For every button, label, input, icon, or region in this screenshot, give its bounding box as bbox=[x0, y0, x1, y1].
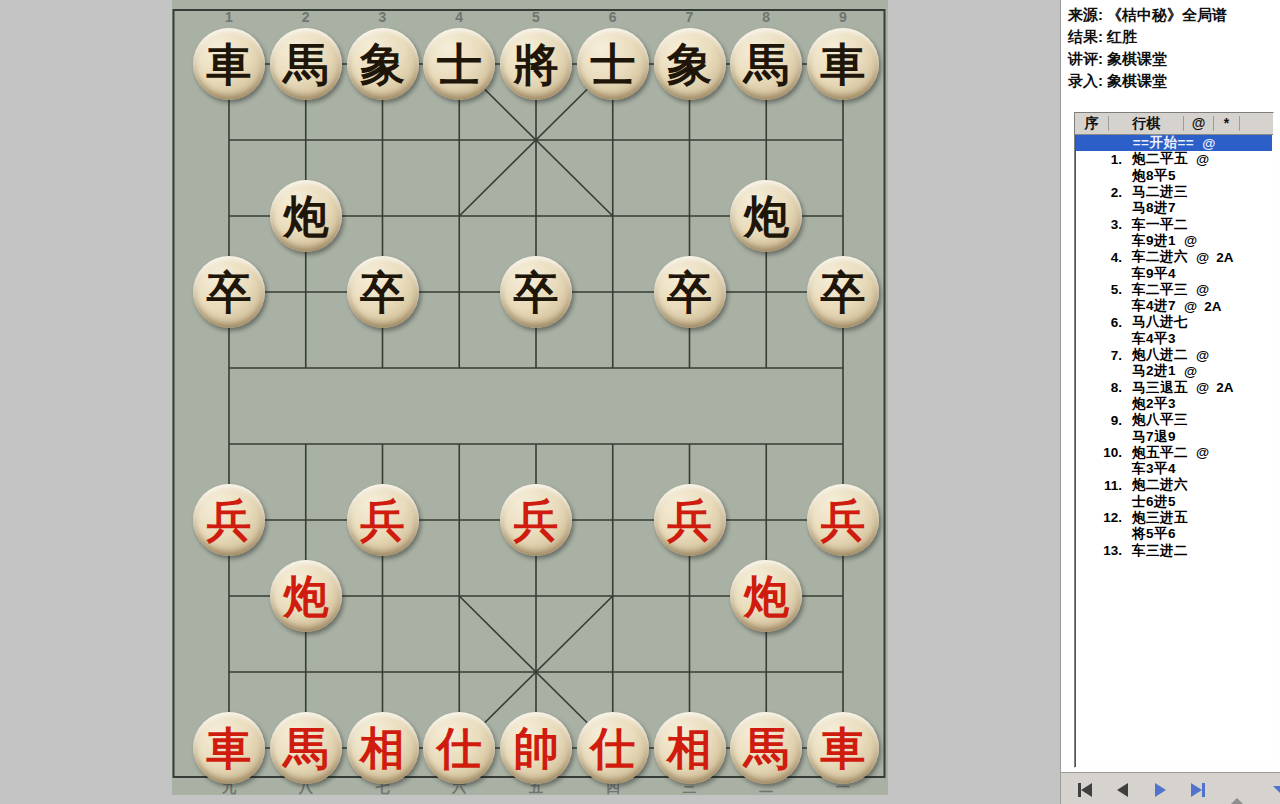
move-row[interactable]: 马8进7 bbox=[1076, 200, 1272, 216]
board-grid bbox=[172, 0, 888, 795]
piece-red-馬[interactable]: 馬 bbox=[270, 712, 342, 784]
move-row[interactable]: 1.炮二平五@ bbox=[1076, 151, 1272, 167]
info-result: 结果:红胜 bbox=[1068, 26, 1227, 48]
piece-red-兵[interactable]: 兵 bbox=[347, 484, 419, 556]
up-arrow-icon bbox=[1229, 781, 1245, 799]
right-panel: 来源:《桔中秘》全局谱 结果:红胜 讲评:象棋课堂 录入:象棋课堂 序 行棋 @… bbox=[1060, 0, 1280, 804]
move-row[interactable]: 8.马三退五@2A bbox=[1076, 379, 1272, 395]
game-info: 来源:《桔中秘》全局谱 结果:红胜 讲评:象棋课堂 录入:象棋课堂 bbox=[1068, 4, 1227, 92]
nav-first-button[interactable] bbox=[1072, 779, 1098, 801]
move-row[interactable]: 马2进1@ bbox=[1076, 363, 1272, 379]
move-rows: ==开始==@1.炮二平五@炮8平52.马二进三马8进73.车一平二车9进1@4… bbox=[1076, 135, 1272, 766]
piece-red-兵[interactable]: 兵 bbox=[193, 484, 265, 556]
last-bar-icon bbox=[1202, 783, 1205, 797]
piece-black-車[interactable]: 車 bbox=[193, 28, 265, 100]
move-list-header: 序 行棋 @ * bbox=[1075, 113, 1273, 135]
move-row[interactable]: 7.炮八进二@ bbox=[1076, 347, 1272, 363]
piece-black-象[interactable]: 象 bbox=[347, 28, 419, 100]
file-label-top: 2 bbox=[294, 9, 318, 25]
piece-red-仕[interactable]: 仕 bbox=[423, 712, 495, 784]
playback-toolbar bbox=[1061, 772, 1280, 804]
nav-down-button[interactable] bbox=[1268, 779, 1280, 801]
file-label-top: 3 bbox=[371, 9, 395, 25]
header-move[interactable]: 行棋 bbox=[1109, 116, 1184, 131]
move-row[interactable]: 11.炮二进六 bbox=[1076, 477, 1272, 493]
piece-red-相[interactable]: 相 bbox=[654, 712, 726, 784]
move-row[interactable]: 3.车一平二 bbox=[1076, 216, 1272, 232]
file-label-top: 4 bbox=[447, 9, 471, 25]
file-label-top: 1 bbox=[217, 9, 241, 25]
move-row[interactable]: 10.炮五平二@ bbox=[1076, 445, 1272, 461]
move-row[interactable]: 车4进7@2A bbox=[1076, 298, 1272, 314]
piece-red-兵[interactable]: 兵 bbox=[807, 484, 879, 556]
down-arrow-icon bbox=[1273, 786, 1280, 794]
piece-black-卒[interactable]: 卒 bbox=[807, 256, 879, 328]
file-label-top: 8 bbox=[754, 9, 778, 25]
header-seq[interactable]: 序 bbox=[1075, 116, 1109, 131]
move-row[interactable]: 马7退9 bbox=[1076, 428, 1272, 444]
move-row[interactable]: 车4平3 bbox=[1076, 331, 1272, 347]
move-list[interactable]: 序 行棋 @ * ==开始==@1.炮二平五@炮8平52.马二进三马8进73.车… bbox=[1074, 112, 1274, 768]
move-row[interactable]: 炮2平3 bbox=[1076, 396, 1272, 412]
previous-arrow-icon bbox=[1117, 783, 1128, 797]
info-commentary: 讲评:象棋课堂 bbox=[1068, 48, 1227, 70]
piece-red-炮[interactable]: 炮 bbox=[270, 560, 342, 632]
header-filler bbox=[1240, 116, 1273, 131]
piece-black-卒[interactable]: 卒 bbox=[347, 256, 419, 328]
move-row[interactable]: 4.车二进六@2A bbox=[1076, 249, 1272, 265]
nav-previous-button[interactable] bbox=[1109, 779, 1135, 801]
file-label-top: 9 bbox=[831, 9, 855, 25]
move-row[interactable]: 车9进1@ bbox=[1076, 233, 1272, 249]
piece-black-馬[interactable]: 馬 bbox=[270, 28, 342, 100]
move-row[interactable]: 车3平4 bbox=[1076, 461, 1272, 477]
file-label-top: 6 bbox=[601, 9, 625, 25]
move-row-start-selected[interactable]: ==开始==@ bbox=[1076, 135, 1272, 151]
info-source: 来源:《桔中秘》全局谱 bbox=[1068, 4, 1227, 26]
file-label-top: 5 bbox=[524, 9, 548, 25]
piece-black-卒[interactable]: 卒 bbox=[193, 256, 265, 328]
piece-red-馬[interactable]: 馬 bbox=[730, 712, 802, 784]
piece-red-帥[interactable]: 帥 bbox=[500, 712, 572, 784]
xiangqi-board[interactable]: 123456789 九八七六五四三二一 車馬象士將士象馬車炮炮卒卒卒卒卒兵兵兵兵… bbox=[172, 0, 888, 795]
header-at[interactable]: @ bbox=[1184, 116, 1214, 131]
move-row[interactable]: 2.马二进三 bbox=[1076, 184, 1272, 200]
first-arrow-icon bbox=[1081, 783, 1092, 797]
piece-red-車[interactable]: 車 bbox=[193, 712, 265, 784]
piece-red-兵[interactable]: 兵 bbox=[500, 484, 572, 556]
piece-black-炮[interactable]: 炮 bbox=[270, 180, 342, 252]
move-row[interactable]: 将5平6 bbox=[1076, 526, 1272, 542]
info-recorder: 录入:象棋课堂 bbox=[1068, 70, 1227, 92]
piece-black-卒[interactable]: 卒 bbox=[654, 256, 726, 328]
move-row[interactable]: 13.车三进二 bbox=[1076, 542, 1272, 558]
nav-next-button[interactable] bbox=[1147, 779, 1173, 801]
last-arrow-icon bbox=[1191, 783, 1202, 797]
next-arrow-icon bbox=[1155, 783, 1166, 797]
piece-red-兵[interactable]: 兵 bbox=[654, 484, 726, 556]
piece-black-象[interactable]: 象 bbox=[654, 28, 726, 100]
move-row[interactable]: 士6进5 bbox=[1076, 494, 1272, 510]
move-row[interactable]: 炮8平5 bbox=[1076, 168, 1272, 184]
move-row[interactable]: 车9平4 bbox=[1076, 265, 1272, 281]
move-row[interactable]: 6.马八进七 bbox=[1076, 314, 1272, 330]
move-row[interactable]: 12.炮三进五 bbox=[1076, 510, 1272, 526]
piece-red-車[interactable]: 車 bbox=[807, 712, 879, 784]
piece-red-炮[interactable]: 炮 bbox=[730, 560, 802, 632]
piece-black-炮[interactable]: 炮 bbox=[730, 180, 802, 252]
piece-black-卒[interactable]: 卒 bbox=[500, 256, 572, 328]
piece-black-將[interactable]: 將 bbox=[500, 28, 572, 100]
piece-black-士[interactable]: 士 bbox=[423, 28, 495, 100]
piece-black-車[interactable]: 車 bbox=[807, 28, 879, 100]
piece-black-馬[interactable]: 馬 bbox=[730, 28, 802, 100]
move-row[interactable]: 5.车二平三@ bbox=[1076, 282, 1272, 298]
nav-up-button[interactable] bbox=[1224, 779, 1250, 801]
move-row[interactable]: 9.炮八平三 bbox=[1076, 412, 1272, 428]
nav-last-button[interactable] bbox=[1185, 779, 1211, 801]
app-window: 123456789 九八七六五四三二一 車馬象士將士象馬車炮炮卒卒卒卒卒兵兵兵兵… bbox=[0, 0, 1280, 804]
piece-red-相[interactable]: 相 bbox=[347, 712, 419, 784]
piece-black-士[interactable]: 士 bbox=[577, 28, 649, 100]
header-star[interactable]: * bbox=[1214, 116, 1240, 131]
piece-red-仕[interactable]: 仕 bbox=[577, 712, 649, 784]
file-label-top: 7 bbox=[678, 9, 702, 25]
